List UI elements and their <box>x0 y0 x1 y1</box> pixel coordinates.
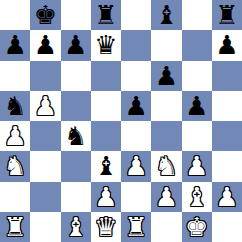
square-c6[interactable] <box>61 61 91 91</box>
square-g3[interactable]: ♟ <box>182 151 212 181</box>
square-f5[interactable] <box>151 91 181 121</box>
square-b4[interactable] <box>30 121 60 151</box>
square-h8[interactable]: ♜ <box>212 0 242 30</box>
square-b6[interactable] <box>30 61 60 91</box>
chess-board[interactable]: ♚♜♝♜♟♟♟♛♟♟♞♟♟♟♟♞♞♝♟♞♟♟♟♝♟♜♝♛♜♚ <box>0 0 242 242</box>
square-d6[interactable] <box>91 61 121 91</box>
square-g2[interactable]: ♝ <box>182 182 212 212</box>
square-a8[interactable] <box>0 0 30 30</box>
square-f8[interactable]: ♝ <box>151 0 181 30</box>
square-b2[interactable] <box>30 182 60 212</box>
square-f6[interactable]: ♟ <box>151 61 181 91</box>
black-pawn-b7[interactable]: ♟ <box>34 30 57 60</box>
square-d7[interactable]: ♛ <box>91 30 121 60</box>
square-h6[interactable] <box>212 61 242 91</box>
white-queen-d1[interactable]: ♛ <box>94 212 117 242</box>
square-b8[interactable]: ♚ <box>30 0 60 30</box>
square-e8[interactable] <box>121 0 151 30</box>
white-pawn-f2[interactable]: ♟ <box>155 182 178 212</box>
square-f1[interactable] <box>151 212 181 242</box>
white-pawn-d2[interactable]: ♟ <box>94 182 117 212</box>
black-bishop-f8[interactable]: ♝ <box>155 0 178 30</box>
white-rook-e1[interactable]: ♜ <box>124 212 147 242</box>
square-g4[interactable] <box>182 121 212 151</box>
black-rook-d8[interactable]: ♜ <box>94 0 117 30</box>
square-h3[interactable] <box>212 151 242 181</box>
square-h1[interactable] <box>212 212 242 242</box>
black-bishop-d3[interactable]: ♝ <box>94 151 117 181</box>
black-pawn-g5[interactable]: ♟ <box>185 91 208 121</box>
black-pawn-c7[interactable]: ♟ <box>64 30 87 60</box>
square-f2[interactable]: ♟ <box>151 182 181 212</box>
square-e2[interactable] <box>121 182 151 212</box>
white-king-g1[interactable]: ♚ <box>185 212 208 242</box>
square-e1[interactable]: ♜ <box>121 212 151 242</box>
square-g1[interactable]: ♚ <box>182 212 212 242</box>
square-e7[interactable] <box>121 30 151 60</box>
square-f7[interactable] <box>151 30 181 60</box>
square-g8[interactable] <box>182 0 212 30</box>
white-knight-f3[interactable]: ♞ <box>155 151 178 181</box>
square-b7[interactable]: ♟ <box>30 30 60 60</box>
square-e5[interactable]: ♟ <box>121 91 151 121</box>
square-a5[interactable]: ♞ <box>0 91 30 121</box>
white-pawn-b5[interactable]: ♟ <box>34 91 57 121</box>
square-d5[interactable] <box>91 91 121 121</box>
square-a3[interactable]: ♞ <box>0 151 30 181</box>
square-d8[interactable]: ♜ <box>91 0 121 30</box>
square-g7[interactable] <box>182 30 212 60</box>
square-c8[interactable] <box>61 0 91 30</box>
square-e3[interactable]: ♟ <box>121 151 151 181</box>
square-a4[interactable]: ♟ <box>0 121 30 151</box>
black-pawn-a7[interactable]: ♟ <box>3 30 26 60</box>
square-h4[interactable] <box>212 121 242 151</box>
white-bishop-c1[interactable]: ♝ <box>64 212 87 242</box>
square-f3[interactable]: ♞ <box>151 151 181 181</box>
black-queen-d7[interactable]: ♛ <box>94 30 117 60</box>
square-a6[interactable] <box>0 61 30 91</box>
square-h7[interactable]: ♟ <box>212 30 242 60</box>
square-e4[interactable] <box>121 121 151 151</box>
square-a2[interactable] <box>0 182 30 212</box>
square-c4[interactable]: ♞ <box>61 121 91 151</box>
square-b1[interactable] <box>30 212 60 242</box>
black-pawn-h7[interactable]: ♟ <box>215 30 238 60</box>
square-g6[interactable] <box>182 61 212 91</box>
white-pawn-h2[interactable]: ♟ <box>215 182 238 212</box>
black-pawn-f6[interactable]: ♟ <box>155 61 178 91</box>
square-c2[interactable] <box>61 182 91 212</box>
black-knight-c4[interactable]: ♞ <box>64 121 87 151</box>
black-rook-h8[interactable]: ♜ <box>215 0 238 30</box>
square-b5[interactable]: ♟ <box>30 91 60 121</box>
square-b3[interactable] <box>30 151 60 181</box>
square-c5[interactable] <box>61 91 91 121</box>
white-pawn-g3[interactable]: ♟ <box>185 151 208 181</box>
square-g5[interactable]: ♟ <box>182 91 212 121</box>
black-king-b8[interactable]: ♚ <box>34 0 57 30</box>
square-c1[interactable]: ♝ <box>61 212 91 242</box>
square-c3[interactable] <box>61 151 91 181</box>
black-knight-a5[interactable]: ♞ <box>3 91 26 121</box>
black-pawn-e5[interactable]: ♟ <box>124 91 147 121</box>
square-a7[interactable]: ♟ <box>0 30 30 60</box>
square-h5[interactable] <box>212 91 242 121</box>
square-a1[interactable]: ♜ <box>0 212 30 242</box>
square-e6[interactable] <box>121 61 151 91</box>
square-f4[interactable] <box>151 121 181 151</box>
white-pawn-e3[interactable]: ♟ <box>124 151 147 181</box>
square-d3[interactable]: ♝ <box>91 151 121 181</box>
white-pawn-a4[interactable]: ♟ <box>3 121 26 151</box>
white-rook-a1[interactable]: ♜ <box>3 212 26 242</box>
square-d4[interactable] <box>91 121 121 151</box>
square-h2[interactable]: ♟ <box>212 182 242 212</box>
square-c7[interactable]: ♟ <box>61 30 91 60</box>
white-bishop-g2[interactable]: ♝ <box>185 182 208 212</box>
square-d2[interactable]: ♟ <box>91 182 121 212</box>
white-knight-a3[interactable]: ♞ <box>3 151 26 181</box>
square-d1[interactable]: ♛ <box>91 212 121 242</box>
